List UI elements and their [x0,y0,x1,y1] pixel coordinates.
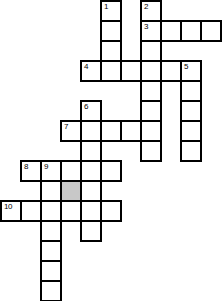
crossword-cell[interactable] [160,60,182,82]
crossword-cell[interactable] [100,20,122,42]
crossword-cell[interactable]: 9 [40,160,62,182]
crossword-cell[interactable] [80,140,102,162]
crossword-cell[interactable] [100,60,122,82]
crossword-cell[interactable] [180,140,202,162]
crossword-cell[interactable] [20,200,42,222]
crossword-cell[interactable] [100,160,122,182]
crossword-cell[interactable] [140,120,162,142]
crossword-cell[interactable] [180,80,202,102]
clue-number: 3 [144,22,148,31]
crossword-cell-shaded[interactable] [60,180,82,202]
crossword-cell[interactable] [40,200,62,222]
crossword-cell[interactable] [80,220,102,242]
crossword-cell[interactable] [60,200,82,222]
clue-number: 9 [44,162,48,171]
crossword-cell[interactable] [40,180,62,202]
crossword-cell[interactable]: 1 [100,0,122,22]
crossword-cell[interactable] [140,60,162,82]
clue-number: 8 [24,162,28,171]
crossword-cell[interactable] [200,20,222,42]
crossword-cell[interactable] [120,60,142,82]
crossword-cell[interactable]: 5 [180,60,202,82]
crossword-cell[interactable] [40,240,62,262]
crossword-cell[interactable] [40,220,62,242]
crossword-cell[interactable] [80,200,102,222]
crossword-cell[interactable] [140,40,162,62]
crossword-cell[interactable] [60,160,82,182]
crossword-cell[interactable] [180,20,202,42]
crossword-cell[interactable] [180,120,202,142]
crossword-cell[interactable] [80,160,102,182]
crossword-cell[interactable]: 7 [60,120,82,142]
crossword-cell[interactable] [40,260,62,282]
clue-number: 1 [104,2,108,11]
crossword-cell[interactable]: 3 [140,20,162,42]
crossword-cell[interactable] [120,120,142,142]
crossword-cell[interactable]: 8 [20,160,42,182]
clue-number: 2 [144,2,148,11]
clue-number: 4 [84,62,88,71]
crossword-cell[interactable] [180,100,202,122]
crossword-cell[interactable]: 6 [80,100,102,122]
crossword-cell[interactable] [140,80,162,102]
clue-number: 7 [64,122,68,131]
crossword-cell[interactable] [140,100,162,122]
crossword-cell[interactable] [160,20,182,42]
crossword-cell[interactable]: 10 [0,200,22,222]
crossword-cell[interactable] [80,180,102,202]
crossword-cell[interactable]: 4 [80,60,102,82]
crossword-cell[interactable] [80,120,102,142]
crossword-cell[interactable] [40,280,62,301]
crossword-cell[interactable] [100,40,122,62]
clue-number: 6 [84,102,88,111]
crossword-cell[interactable] [100,120,122,142]
crossword-grid: 12345678910 [0,0,222,301]
clue-number: 10 [4,202,12,211]
crossword-cell[interactable] [140,140,162,162]
crossword-cell[interactable] [100,200,122,222]
crossword-cell[interactable]: 2 [140,0,162,22]
clue-number: 5 [184,62,188,71]
